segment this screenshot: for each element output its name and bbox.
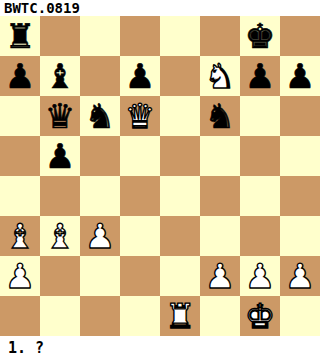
square-a1[interactable]	[0, 296, 40, 336]
square-d4[interactable]	[120, 176, 160, 216]
square-a8[interactable]: ♜	[0, 16, 40, 56]
white-pawn-piece: ♟	[245, 259, 275, 293]
square-h1[interactable]	[280, 296, 320, 336]
square-g6[interactable]	[240, 96, 280, 136]
chess-puzzle-window: BWTC.0819 ♜♚♟♝♟♞♟♟♛♞♛♞♟♝♝♟♟♟♟♟♜♚ 1. ?	[0, 0, 320, 360]
square-e6[interactable]	[160, 96, 200, 136]
square-c3[interactable]: ♟	[80, 216, 120, 256]
square-h8[interactable]	[280, 16, 320, 56]
black-rook-piece: ♜	[5, 19, 35, 53]
square-e4[interactable]	[160, 176, 200, 216]
square-h4[interactable]	[280, 176, 320, 216]
black-pawn-piece: ♟	[125, 59, 155, 93]
square-f3[interactable]	[200, 216, 240, 256]
white-pawn-piece: ♟	[205, 259, 235, 293]
white-bishop-piece: ♝	[45, 219, 75, 253]
white-knight-piece: ♞	[205, 59, 235, 93]
square-b8[interactable]	[40, 16, 80, 56]
square-d3[interactable]	[120, 216, 160, 256]
square-c4[interactable]	[80, 176, 120, 216]
square-d1[interactable]	[120, 296, 160, 336]
square-f8[interactable]	[200, 16, 240, 56]
white-pawn-piece: ♟	[5, 259, 35, 293]
square-f4[interactable]	[200, 176, 240, 216]
square-g3[interactable]	[240, 216, 280, 256]
square-h2[interactable]: ♟	[280, 256, 320, 296]
square-f5[interactable]	[200, 136, 240, 176]
square-g8[interactable]: ♚	[240, 16, 280, 56]
square-c2[interactable]	[80, 256, 120, 296]
white-rook-piece: ♜	[165, 299, 195, 333]
black-knight-piece: ♞	[205, 99, 235, 133]
square-e5[interactable]	[160, 136, 200, 176]
black-pawn-piece: ♟	[245, 59, 275, 93]
square-b2[interactable]	[40, 256, 80, 296]
move-prompt: 1. ?	[8, 339, 44, 357]
square-a3[interactable]: ♝	[0, 216, 40, 256]
square-f1[interactable]	[200, 296, 240, 336]
square-e1[interactable]: ♜	[160, 296, 200, 336]
square-g7[interactable]: ♟	[240, 56, 280, 96]
black-knight-piece: ♞	[85, 99, 115, 133]
square-e7[interactable]	[160, 56, 200, 96]
black-pawn-piece: ♟	[5, 59, 35, 93]
square-c8[interactable]	[80, 16, 120, 56]
white-pawn-piece: ♟	[85, 219, 115, 253]
square-g1[interactable]: ♚	[240, 296, 280, 336]
square-b3[interactable]: ♝	[40, 216, 80, 256]
square-g4[interactable]	[240, 176, 280, 216]
move-prompt-bar: 1. ?	[0, 336, 320, 360]
square-d7[interactable]: ♟	[120, 56, 160, 96]
square-b7[interactable]: ♝	[40, 56, 80, 96]
square-d6[interactable]: ♛	[120, 96, 160, 136]
square-d8[interactable]	[120, 16, 160, 56]
white-pawn-piece: ♟	[285, 259, 315, 293]
square-b5[interactable]: ♟	[40, 136, 80, 176]
square-b4[interactable]	[40, 176, 80, 216]
black-pawn-piece: ♟	[45, 139, 75, 173]
black-bishop-piece: ♝	[45, 59, 75, 93]
square-f2[interactable]: ♟	[200, 256, 240, 296]
square-h6[interactable]	[280, 96, 320, 136]
square-b6[interactable]: ♛	[40, 96, 80, 136]
square-e8[interactable]	[160, 16, 200, 56]
square-c1[interactable]	[80, 296, 120, 336]
white-king-piece: ♚	[245, 299, 275, 333]
black-king-piece: ♚	[245, 19, 275, 53]
square-f6[interactable]: ♞	[200, 96, 240, 136]
square-d2[interactable]	[120, 256, 160, 296]
square-c7[interactable]	[80, 56, 120, 96]
white-bishop-piece: ♝	[5, 219, 35, 253]
square-e3[interactable]	[160, 216, 200, 256]
square-g5[interactable]	[240, 136, 280, 176]
square-a6[interactable]	[0, 96, 40, 136]
chess-board: ♜♚♟♝♟♞♟♟♛♞♛♞♟♝♝♟♟♟♟♟♜♚	[0, 16, 320, 336]
square-a7[interactable]: ♟	[0, 56, 40, 96]
square-h3[interactable]	[280, 216, 320, 256]
square-a5[interactable]	[0, 136, 40, 176]
square-c5[interactable]	[80, 136, 120, 176]
title-bar: BWTC.0819	[0, 0, 320, 16]
square-e2[interactable]	[160, 256, 200, 296]
white-queen-piece: ♛	[125, 99, 155, 133]
black-pawn-piece: ♟	[285, 59, 315, 93]
square-a2[interactable]: ♟	[0, 256, 40, 296]
black-queen-piece: ♛	[45, 99, 75, 133]
square-h7[interactable]: ♟	[280, 56, 320, 96]
square-g2[interactable]: ♟	[240, 256, 280, 296]
square-f7[interactable]: ♞	[200, 56, 240, 96]
square-d5[interactable]	[120, 136, 160, 176]
puzzle-id-title: BWTC.0819	[4, 0, 80, 16]
square-c6[interactable]: ♞	[80, 96, 120, 136]
square-h5[interactable]	[280, 136, 320, 176]
square-b1[interactable]	[40, 296, 80, 336]
square-a4[interactable]	[0, 176, 40, 216]
